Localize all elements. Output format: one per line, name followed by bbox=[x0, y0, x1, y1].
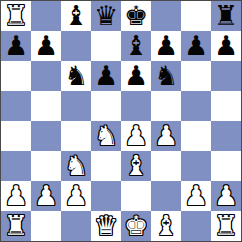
square-g3[interactable] bbox=[181, 151, 211, 181]
square-d3[interactable] bbox=[91, 151, 121, 181]
square-d7[interactable] bbox=[91, 31, 121, 61]
square-c3[interactable]: ♞ bbox=[61, 151, 91, 181]
square-a8[interactable]: ♜ bbox=[1, 1, 31, 31]
piece-white-knight-c3[interactable]: ♞ bbox=[64, 152, 88, 179]
piece-black-queen-d8[interactable]: ♛ bbox=[94, 2, 118, 29]
piece-black-pawn-f7[interactable]: ♟ bbox=[154, 32, 178, 59]
square-e8[interactable]: ♚ bbox=[121, 1, 151, 31]
piece-black-knight-c6[interactable]: ♞ bbox=[64, 62, 88, 89]
piece-white-bishop-e3[interactable]: ♝ bbox=[124, 152, 148, 179]
square-d8[interactable]: ♛ bbox=[91, 1, 121, 31]
square-b4[interactable] bbox=[31, 121, 61, 151]
piece-black-pawn-g7[interactable]: ♟ bbox=[184, 32, 208, 59]
square-b2[interactable]: ♟ bbox=[31, 181, 61, 211]
piece-white-bishop-f1[interactable]: ♝ bbox=[154, 212, 178, 239]
square-a1[interactable]: ♜ bbox=[1, 211, 31, 241]
square-e1[interactable]: ♚ bbox=[121, 211, 151, 241]
piece-white-pawn-a2[interactable]: ♟ bbox=[4, 182, 28, 209]
chess-board: ♜♝♛♚♜♟♟♝♟♟♟♞♟♟♞♞♟♟♞♝♟♟♟♟♟♜♛♚♝♜ bbox=[0, 0, 242, 242]
square-g6[interactable] bbox=[181, 61, 211, 91]
square-h6[interactable] bbox=[211, 61, 241, 91]
square-h3[interactable] bbox=[211, 151, 241, 181]
square-h2[interactable]: ♟ bbox=[211, 181, 241, 211]
square-d6[interactable]: ♟ bbox=[91, 61, 121, 91]
square-c8[interactable]: ♝ bbox=[61, 1, 91, 31]
piece-black-rook-h8[interactable]: ♜ bbox=[214, 2, 238, 29]
square-h8[interactable]: ♜ bbox=[211, 1, 241, 31]
piece-black-pawn-a7[interactable]: ♟ bbox=[4, 32, 28, 59]
piece-black-king-e8[interactable]: ♚ bbox=[124, 2, 148, 29]
square-e3[interactable]: ♝ bbox=[121, 151, 151, 181]
square-f2[interactable] bbox=[151, 181, 181, 211]
square-f1[interactable]: ♝ bbox=[151, 211, 181, 241]
square-a5[interactable] bbox=[1, 91, 31, 121]
square-d4[interactable]: ♞ bbox=[91, 121, 121, 151]
square-g7[interactable]: ♟ bbox=[181, 31, 211, 61]
piece-white-pawn-e4[interactable]: ♟ bbox=[124, 122, 148, 149]
piece-black-knight-f6[interactable]: ♞ bbox=[154, 62, 178, 89]
square-a6[interactable] bbox=[1, 61, 31, 91]
piece-white-knight-d4[interactable]: ♞ bbox=[94, 122, 118, 149]
square-b7[interactable]: ♟ bbox=[31, 31, 61, 61]
square-a3[interactable] bbox=[1, 151, 31, 181]
piece-white-queen-d1[interactable]: ♛ bbox=[94, 212, 118, 239]
square-c4[interactable] bbox=[61, 121, 91, 151]
square-d1[interactable]: ♛ bbox=[91, 211, 121, 241]
piece-black-pawn-d6[interactable]: ♟ bbox=[94, 62, 118, 89]
square-h1[interactable]: ♜ bbox=[211, 211, 241, 241]
square-f6[interactable]: ♞ bbox=[151, 61, 181, 91]
square-f3[interactable] bbox=[151, 151, 181, 181]
square-d5[interactable] bbox=[91, 91, 121, 121]
square-e6[interactable]: ♟ bbox=[121, 61, 151, 91]
square-b1[interactable] bbox=[31, 211, 61, 241]
piece-white-pawn-h2[interactable]: ♟ bbox=[214, 182, 238, 209]
piece-white-pawn-b2[interactable]: ♟ bbox=[34, 182, 58, 209]
piece-black-bishop-e7[interactable]: ♝ bbox=[124, 32, 148, 59]
square-f7[interactable]: ♟ bbox=[151, 31, 181, 61]
piece-black-pawn-h7[interactable]: ♟ bbox=[214, 32, 238, 59]
square-e2[interactable] bbox=[121, 181, 151, 211]
square-f8[interactable] bbox=[151, 1, 181, 31]
square-c1[interactable] bbox=[61, 211, 91, 241]
square-b8[interactable] bbox=[31, 1, 61, 31]
square-f4[interactable]: ♟ bbox=[151, 121, 181, 151]
square-a4[interactable] bbox=[1, 121, 31, 151]
piece-black-bishop-c8[interactable]: ♝ bbox=[64, 2, 88, 29]
square-g8[interactable] bbox=[181, 1, 211, 31]
square-e5[interactable] bbox=[121, 91, 151, 121]
square-c7[interactable] bbox=[61, 31, 91, 61]
square-f5[interactable] bbox=[151, 91, 181, 121]
square-a2[interactable]: ♟ bbox=[1, 181, 31, 211]
square-d2[interactable] bbox=[91, 181, 121, 211]
square-e4[interactable]: ♟ bbox=[121, 121, 151, 151]
square-b3[interactable] bbox=[31, 151, 61, 181]
square-g1[interactable] bbox=[181, 211, 211, 241]
piece-white-pawn-c2[interactable]: ♟ bbox=[64, 182, 88, 209]
square-a7[interactable]: ♟ bbox=[1, 31, 31, 61]
piece-white-rook-a8[interactable]: ♜ bbox=[4, 2, 28, 29]
square-h5[interactable] bbox=[211, 91, 241, 121]
square-h7[interactable]: ♟ bbox=[211, 31, 241, 61]
square-g5[interactable] bbox=[181, 91, 211, 121]
square-c6[interactable]: ♞ bbox=[61, 61, 91, 91]
square-g2[interactable]: ♟ bbox=[181, 181, 211, 211]
chess-board-container: ♜♝♛♚♜♟♟♝♟♟♟♞♟♟♞♞♟♟♞♝♟♟♟♟♟♜♛♚♝♜ bbox=[0, 0, 242, 242]
square-c2[interactable]: ♟ bbox=[61, 181, 91, 211]
piece-white-king-e1[interactable]: ♚ bbox=[124, 212, 148, 239]
piece-black-pawn-b7[interactable]: ♟ bbox=[34, 32, 58, 59]
square-b6[interactable] bbox=[31, 61, 61, 91]
piece-white-pawn-f4[interactable]: ♟ bbox=[154, 122, 178, 149]
square-h4[interactable] bbox=[211, 121, 241, 151]
square-c5[interactable] bbox=[61, 91, 91, 121]
piece-white-rook-h1[interactable]: ♜ bbox=[214, 212, 238, 239]
piece-white-pawn-g2[interactable]: ♟ bbox=[184, 182, 208, 209]
square-b5[interactable] bbox=[31, 91, 61, 121]
square-g4[interactable] bbox=[181, 121, 211, 151]
piece-black-pawn-e6[interactable]: ♟ bbox=[124, 62, 148, 89]
piece-white-rook-a1[interactable]: ♜ bbox=[4, 212, 28, 239]
square-e7[interactable]: ♝ bbox=[121, 31, 151, 61]
